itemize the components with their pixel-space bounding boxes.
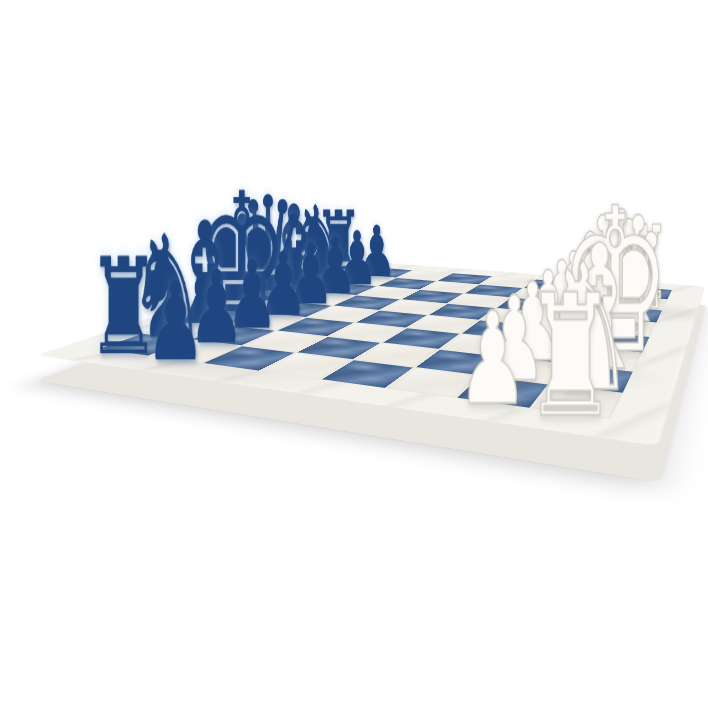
square-c3 — [497, 298, 558, 313]
piece-blue-pawn-c7: ♟ — [297, 228, 374, 306]
piece-white-pawn-a2: ♟ — [555, 228, 632, 306]
piece-white-knight-b1: ♞ — [594, 204, 678, 327]
piece-blue-bishop-f8: ♝ — [160, 204, 250, 345]
square-a3 — [524, 280, 578, 292]
square-a1: ♜ — [619, 286, 672, 299]
piece-blue-pawn-a7: ♟ — [342, 217, 411, 287]
square-c5 — [402, 290, 463, 303]
square-b2: ♟ — [560, 292, 617, 306]
piece-blue-queen-d8: ♛ — [228, 177, 308, 322]
piece-white-pawn-b2: ♟ — [543, 234, 625, 317]
square-c8: ♝ — [274, 279, 335, 291]
board-frame: ♜♟♟♜♞♟♟♞♝♟♟♝♛♟♟♛♚♟♟♚♝♟♟♝♞♟♟♞♜♟♟♜ — [37, 259, 705, 446]
square-c6 — [357, 286, 418, 299]
board-grid: ♜♟♟♜♞♟♟♞♝♟♟♝♛♟♟♛♚♟♟♚♝♟♟♝♞♟♟♞♜♟♟♜ — [100, 265, 672, 419]
square-b3 — [511, 288, 568, 301]
piece-blue-king-e8: ♚ — [196, 171, 281, 337]
square-a6 — [397, 270, 451, 280]
square-b1: ♞ — [611, 296, 667, 310]
square-a7: ♟ — [358, 268, 412, 278]
square-f1: ♝ — [567, 346, 642, 371]
square-d8: ♛ — [247, 288, 312, 301]
square-a5 — [438, 273, 492, 284]
square-c2: ♟ — [548, 302, 608, 317]
square-b8: ♞ — [299, 272, 356, 283]
square-d3 — [481, 308, 546, 325]
square-b5 — [421, 281, 478, 293]
piece-blue-pawn-b7: ♟ — [321, 222, 394, 296]
piece-blue-pawn-d7: ♟ — [270, 234, 352, 317]
piece-blue-knight-b8: ♞ — [282, 192, 354, 297]
square-e7: ♟ — [261, 302, 331, 317]
square-e8: ♚ — [217, 297, 287, 312]
square-b4 — [465, 285, 522, 298]
square-a8: ♜ — [321, 265, 375, 275]
square-b6 — [378, 278, 435, 290]
square-d7: ♟ — [290, 292, 355, 306]
square-a2: ♟ — [571, 283, 624, 295]
piece-blue-pawn-e7: ♟ — [240, 241, 327, 329]
square-b7: ♟ — [338, 275, 395, 286]
piece-blue-bishop-c8: ♝ — [256, 190, 331, 308]
piece-white-rook-a1: ♜ — [603, 212, 682, 314]
chess-board: ♜♟♟♜♞♟♟♞♝♟♟♝♛♟♟♛♚♟♟♚♝♟♟♝♞♟♟♞♜♟♟♜ — [37, 259, 705, 446]
piece-blue-rook-a8: ♜ — [305, 199, 373, 287]
square-d5 — [380, 300, 445, 315]
square-a4 — [480, 276, 534, 287]
square-h2: ♟ — [457, 376, 547, 408]
square-e4 — [408, 315, 478, 333]
square-c7: ♟ — [315, 283, 376, 295]
square-c4 — [448, 294, 509, 308]
square-d6 — [334, 296, 399, 310]
photo-scene: ♜♟♟♜♞♟♟♞♝♟♟♝♛♟♟♛♚♟♟♚♝♟♟♝♞♟♟♞♜♟♟♜ — [0, 0, 708, 708]
chess-set-photo: ♜♟♟♜♞♟♟♞♝♟♟♝♛♟♟♛♚♟♟♚♝♟♟♝♞♟♟♞♜♟♟♜ — [0, 0, 708, 708]
